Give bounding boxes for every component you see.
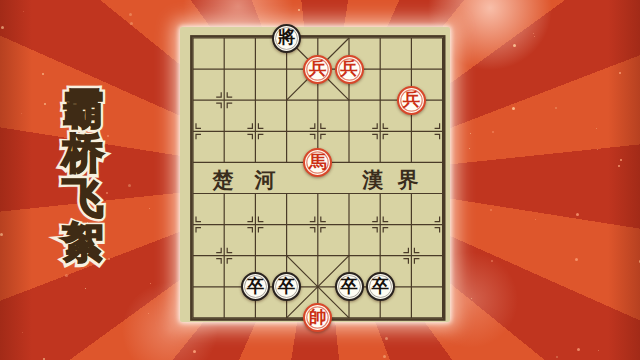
piece-red-soldier[interactable]: 兵 [303,55,332,84]
title-char-face: 桥 [63,133,104,174]
speckle-dot [22,332,23,333]
speckle-dot [618,165,620,167]
speckle-dot [535,219,536,220]
speckle-dot [129,13,132,16]
speckle-dot [1,26,4,29]
speckle-dot [470,133,471,134]
title-char-face: 霸 [63,89,104,130]
puzzle-title: 霸霸桥桥飞飞絮絮 [56,87,110,265]
speckle-dot [0,233,3,236]
speckle-dot [43,358,45,360]
title-char-face: 絮 [63,222,104,263]
piece-red-soldier[interactable]: 兵 [335,55,364,84]
speckle-dot [130,22,133,25]
piece-black-soldier[interactable]: 卒 [241,272,270,301]
xiangqi-board: 楚 河 漢 界 將兵兵兵馬卒卒卒卒帥 [180,27,450,322]
speckle-dot [44,103,46,105]
speckle-dot [193,350,196,353]
river-text: 河 [252,166,278,194]
speckle-dot [85,288,86,289]
title-char: 絮絮 [56,221,110,266]
speckle-dot [42,73,44,75]
speckle-dot [512,107,515,110]
title-char: 桥桥 [56,132,110,177]
river-text: 界 [395,166,421,194]
speckle-dot [65,274,68,277]
piece-black-soldier[interactable]: 卒 [366,272,395,301]
speckle-dot [556,356,558,358]
speckle-dot [534,36,535,37]
title-char-face: 飞 [63,178,104,219]
speckle-dot [471,298,472,299]
river-text: 楚 [210,166,236,194]
speckle-dot [620,159,622,161]
speckle-dot [619,72,621,74]
speckle-dot [298,9,300,11]
speckle-dot [533,33,534,34]
title-char: 霸霸 [56,87,110,132]
speckle-dot [23,11,24,12]
piece-red-horse[interactable]: 馬 [303,148,332,177]
speckle-dot [21,113,22,114]
title-char: 飞飞 [56,176,110,221]
piece-black-general[interactable]: 將 [272,24,301,53]
piece-red-soldier[interactable]: 兵 [397,86,426,115]
video-frame: 霸霸桥桥飞飞絮絮 楚 河 漢 界 將兵兵兵馬卒卒卒卒帥 [0,0,640,360]
river-text: 漢 [360,166,386,194]
speckle-dot [128,184,131,187]
speckle-dot [555,107,557,109]
speckle-dot [490,209,492,211]
speckle-dot [469,148,470,149]
piece-black-soldier[interactable]: 卒 [335,272,364,301]
speckle-dot [491,260,493,262]
speckle-dot [492,131,494,133]
speckle-dot [513,44,516,47]
